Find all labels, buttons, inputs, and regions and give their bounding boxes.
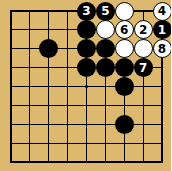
stone-move-number: 3: [82, 5, 90, 17]
grid-line-horizontal: [11, 143, 162, 144]
stone-move-number: 5: [101, 5, 109, 17]
go-stone-black[interactable]: [96, 58, 115, 77]
go-stone-white[interactable]: 8: [153, 39, 172, 58]
stone-move-number: 6: [120, 24, 128, 36]
go-stone-black[interactable]: 3: [77, 2, 96, 21]
go-stone-black[interactable]: [115, 115, 134, 134]
go-stone-white[interactable]: [115, 39, 134, 58]
stone-move-number: 7: [139, 62, 147, 74]
go-stone-black[interactable]: [96, 39, 115, 58]
stone-move-number: 4: [158, 5, 166, 17]
go-stone-white[interactable]: [115, 2, 134, 21]
go-stone-white[interactable]: 6: [115, 20, 134, 39]
go-diagram: 35462187: [0, 0, 171, 171]
go-stone-white[interactable]: [134, 39, 153, 58]
grid-line-horizontal: [11, 124, 162, 125]
go-stone-black[interactable]: 5: [96, 2, 115, 21]
stone-move-number: 1: [158, 24, 166, 36]
go-stone-white[interactable]: 2: [134, 20, 153, 39]
go-stone-white[interactable]: 4: [153, 2, 172, 21]
go-stone-black[interactable]: [77, 58, 96, 77]
star-point: [85, 85, 88, 88]
go-stone-black[interactable]: 7: [134, 58, 153, 77]
go-stone-black[interactable]: [115, 77, 134, 96]
stone-move-number: 8: [158, 43, 166, 55]
go-stone-black[interactable]: 1: [153, 20, 172, 39]
go-stone-black[interactable]: [115, 58, 134, 77]
grid-line-horizontal: [11, 105, 162, 106]
go-board[interactable]: 35462187: [0, 0, 171, 171]
stone-move-number: 2: [139, 24, 147, 36]
